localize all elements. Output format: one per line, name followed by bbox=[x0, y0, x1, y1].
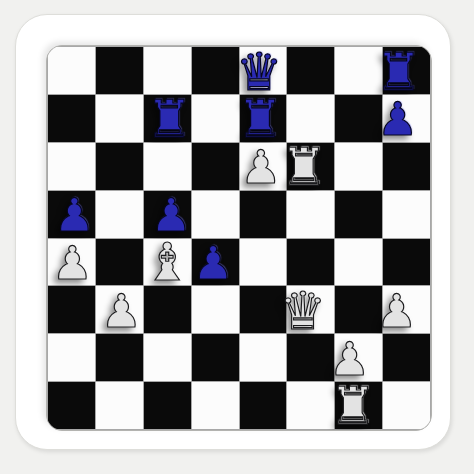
square-f2 bbox=[287, 334, 334, 381]
square-f4 bbox=[287, 239, 334, 286]
square-b3: ♟ bbox=[96, 286, 143, 333]
square-h2 bbox=[383, 334, 430, 381]
square-c5: ♟ bbox=[144, 191, 191, 238]
square-a4: ♟ bbox=[48, 239, 95, 286]
piece-black-pawn: ♟ bbox=[192, 240, 233, 286]
square-g2: ♟ bbox=[335, 334, 382, 381]
square-c4: ♝ bbox=[144, 239, 191, 286]
square-b5 bbox=[96, 191, 143, 238]
square-g5 bbox=[335, 191, 382, 238]
square-e1 bbox=[240, 382, 287, 429]
square-e6: ♟ bbox=[240, 143, 287, 190]
square-g6 bbox=[335, 143, 382, 190]
square-d2 bbox=[192, 334, 239, 381]
square-f1 bbox=[287, 382, 334, 429]
piece-black-rook: ♜ bbox=[375, 49, 422, 95]
piece-white-rook: ♜ bbox=[281, 144, 328, 190]
chess-board: ♛♜♜♜♟♟♜♟♟♟♝♟♟♛♟♟♜ bbox=[46, 45, 432, 431]
square-d4: ♟ bbox=[192, 239, 239, 286]
piece-white-pawn: ♟ bbox=[376, 288, 417, 334]
square-f8 bbox=[287, 47, 334, 94]
square-g4 bbox=[335, 239, 382, 286]
square-f6: ♜ bbox=[287, 143, 334, 190]
square-d8 bbox=[192, 47, 239, 94]
square-a8 bbox=[48, 47, 95, 94]
piece-white-queen: ♛ bbox=[280, 288, 327, 334]
sticker: ♛♜♜♜♟♟♜♟♟♟♝♟♟♛♟♟♜ bbox=[15, 14, 451, 450]
square-a7 bbox=[48, 95, 95, 142]
square-f5 bbox=[287, 191, 334, 238]
square-e2 bbox=[240, 334, 287, 381]
square-c3 bbox=[144, 286, 191, 333]
piece-white-bishop: ♝ bbox=[144, 239, 191, 285]
square-d7 bbox=[192, 95, 239, 142]
scene-background: ♛♜♜♜♟♟♜♟♟♟♝♟♟♛♟♟♜ bbox=[0, 0, 474, 474]
square-d5 bbox=[192, 191, 239, 238]
square-e8: ♛ bbox=[240, 47, 287, 94]
square-h5 bbox=[383, 191, 430, 238]
square-d6 bbox=[192, 143, 239, 190]
piece-white-pawn: ♟ bbox=[52, 240, 93, 286]
square-a3 bbox=[48, 286, 95, 333]
piece-black-pawn: ♟ bbox=[377, 96, 418, 142]
square-g7 bbox=[335, 95, 382, 142]
square-d3 bbox=[192, 286, 239, 333]
square-h6 bbox=[383, 143, 430, 190]
square-f7 bbox=[287, 95, 334, 142]
square-b8 bbox=[96, 47, 143, 94]
square-e7: ♜ bbox=[240, 95, 287, 142]
square-c1 bbox=[144, 382, 191, 429]
square-a1 bbox=[48, 382, 95, 429]
piece-white-pawn: ♟ bbox=[101, 288, 142, 334]
square-e4 bbox=[240, 239, 287, 286]
square-a6 bbox=[48, 143, 95, 190]
square-c2 bbox=[144, 334, 191, 381]
square-c7: ♜ bbox=[144, 95, 191, 142]
square-b6 bbox=[96, 143, 143, 190]
piece-white-pawn: ♟ bbox=[240, 144, 281, 190]
square-b2 bbox=[96, 334, 143, 381]
square-d1 bbox=[192, 382, 239, 429]
square-b1 bbox=[96, 382, 143, 429]
square-h1 bbox=[383, 382, 430, 429]
square-b7 bbox=[96, 95, 143, 142]
square-f3: ♛ bbox=[287, 286, 334, 333]
square-c8 bbox=[144, 47, 191, 94]
piece-white-rook: ♜ bbox=[329, 383, 376, 429]
square-e5 bbox=[240, 191, 287, 238]
square-h7: ♟ bbox=[383, 95, 430, 142]
square-a2 bbox=[48, 334, 95, 381]
piece-black-pawn: ♟ bbox=[54, 192, 95, 238]
piece-black-rook: ♜ bbox=[237, 96, 284, 142]
square-b4 bbox=[96, 239, 143, 286]
square-a5: ♟ bbox=[48, 191, 95, 238]
square-g1: ♜ bbox=[335, 382, 382, 429]
square-h4 bbox=[383, 239, 430, 286]
square-h8: ♜ bbox=[383, 47, 430, 94]
piece-black-rook: ♜ bbox=[146, 96, 193, 142]
square-c6 bbox=[144, 143, 191, 190]
square-h3: ♟ bbox=[383, 286, 430, 333]
